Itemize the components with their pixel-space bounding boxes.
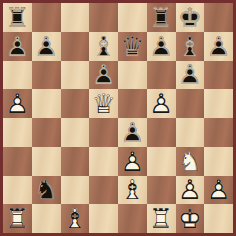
square-d1[interactable] [89, 204, 118, 233]
square-a6[interactable] [3, 61, 32, 90]
piece-glyph-outline: ♙ [176, 176, 205, 205]
square-h3[interactable] [204, 147, 233, 176]
square-e7[interactable]: ♛♕ [118, 32, 147, 61]
square-f7[interactable]: ♟♙ [147, 32, 176, 61]
square-f2[interactable] [147, 176, 176, 205]
square-d4[interactable] [89, 118, 118, 147]
square-b6[interactable] [32, 61, 61, 90]
square-d2[interactable] [89, 176, 118, 205]
piece-glyph-outline: ♗ [61, 204, 90, 233]
piece-glyph-outline: ♙ [204, 32, 233, 61]
piece-black-pawn[interactable]: ♟♙ [3, 32, 32, 61]
square-h5[interactable] [204, 89, 233, 118]
piece-white-rook[interactable]: ♜♖ [147, 204, 176, 233]
square-g5[interactable] [176, 89, 205, 118]
piece-glyph-outline: ♘ [32, 176, 61, 205]
square-e4[interactable]: ♟♙ [118, 118, 147, 147]
piece-black-pawn[interactable]: ♟♙ [147, 32, 176, 61]
square-g1[interactable]: ♚♔ [176, 204, 205, 233]
square-a7[interactable]: ♟♙ [3, 32, 32, 61]
piece-glyph-outline: ♕ [118, 32, 147, 61]
piece-white-pawn[interactable]: ♟♙ [176, 176, 205, 205]
piece-black-pawn[interactable]: ♟♙ [176, 61, 205, 90]
square-h1[interactable] [204, 204, 233, 233]
square-c6[interactable] [61, 61, 90, 90]
piece-glyph-outline: ♙ [118, 147, 147, 176]
piece-glyph-outline: ♖ [147, 204, 176, 233]
square-g7[interactable]: ♝♗ [176, 32, 205, 61]
square-c5[interactable] [61, 89, 90, 118]
piece-glyph-outline: ♘ [176, 147, 205, 176]
piece-black-rook[interactable]: ♜♖ [3, 3, 32, 32]
piece-white-pawn[interactable]: ♟♙ [204, 176, 233, 205]
square-c1[interactable]: ♝♗ [61, 204, 90, 233]
piece-white-king[interactable]: ♚♔ [176, 204, 205, 233]
square-f4[interactable] [147, 118, 176, 147]
square-d8[interactable] [89, 3, 118, 32]
square-f5[interactable]: ♟♙ [147, 89, 176, 118]
square-d7[interactable]: ♝♗ [89, 32, 118, 61]
square-f8[interactable]: ♜♖ [147, 3, 176, 32]
square-h8[interactable] [204, 3, 233, 32]
square-e2[interactable]: ♝♗ [118, 176, 147, 205]
piece-glyph-outline: ♗ [118, 176, 147, 205]
piece-black-knight[interactable]: ♞♘ [32, 176, 61, 205]
piece-black-pawn[interactable]: ♟♙ [89, 61, 118, 90]
piece-white-knight[interactable]: ♞♘ [176, 147, 205, 176]
square-h7[interactable]: ♟♙ [204, 32, 233, 61]
square-d3[interactable] [89, 147, 118, 176]
piece-white-bishop[interactable]: ♝♗ [61, 204, 90, 233]
square-g3[interactable]: ♞♘ [176, 147, 205, 176]
piece-black-pawn[interactable]: ♟♙ [118, 118, 147, 147]
square-a3[interactable] [3, 147, 32, 176]
piece-glyph-outline: ♖ [147, 3, 176, 32]
square-g6[interactable]: ♟♙ [176, 61, 205, 90]
square-d6[interactable]: ♟♙ [89, 61, 118, 90]
piece-white-queen[interactable]: ♛♕ [89, 89, 118, 118]
square-e3[interactable]: ♟♙ [118, 147, 147, 176]
square-b1[interactable] [32, 204, 61, 233]
piece-black-rook[interactable]: ♜♖ [147, 3, 176, 32]
piece-white-pawn[interactable]: ♟♙ [118, 147, 147, 176]
piece-glyph-outline: ♔ [176, 204, 205, 233]
square-g8[interactable]: ♚♔ [176, 3, 205, 32]
square-f3[interactable] [147, 147, 176, 176]
square-b2[interactable]: ♞♘ [32, 176, 61, 205]
piece-black-bishop[interactable]: ♝♗ [176, 32, 205, 61]
square-f6[interactable] [147, 61, 176, 90]
square-a1[interactable]: ♜♖ [3, 204, 32, 233]
piece-black-pawn[interactable]: ♟♙ [32, 32, 61, 61]
square-a5[interactable]: ♟♙ [3, 89, 32, 118]
square-b8[interactable] [32, 3, 61, 32]
piece-white-pawn[interactable]: ♟♙ [147, 89, 176, 118]
piece-black-king[interactable]: ♚♔ [176, 3, 205, 32]
piece-black-bishop[interactable]: ♝♗ [89, 32, 118, 61]
square-h2[interactable]: ♟♙ [204, 176, 233, 205]
piece-black-queen[interactable]: ♛♕ [118, 32, 147, 61]
piece-glyph-outline: ♙ [147, 89, 176, 118]
square-c3[interactable] [61, 147, 90, 176]
square-b4[interactable] [32, 118, 61, 147]
piece-white-pawn[interactable]: ♟♙ [3, 89, 32, 118]
square-a2[interactable] [3, 176, 32, 205]
square-h6[interactable] [204, 61, 233, 90]
square-h4[interactable] [204, 118, 233, 147]
piece-glyph-outline: ♗ [176, 32, 205, 61]
square-b5[interactable] [32, 89, 61, 118]
piece-glyph-outline: ♙ [204, 176, 233, 205]
board-frame: ♜♖♜♖♚♔♟♙♟♙♝♗♛♕♟♙♝♗♟♙♟♙♟♙♟♙♛♕♟♙♟♙♟♙♞♘♞♘♝♗… [0, 0, 236, 236]
square-f1[interactable]: ♜♖ [147, 204, 176, 233]
piece-glyph-outline: ♖ [3, 204, 32, 233]
piece-glyph-outline: ♙ [32, 32, 61, 61]
square-b3[interactable] [32, 147, 61, 176]
piece-glyph-outline: ♙ [89, 61, 118, 90]
square-e6[interactable] [118, 61, 147, 90]
square-d5[interactable]: ♛♕ [89, 89, 118, 118]
square-c2[interactable] [61, 176, 90, 205]
board: ♜♖♜♖♚♔♟♙♟♙♝♗♛♕♟♙♝♗♟♙♟♙♟♙♟♙♛♕♟♙♟♙♟♙♞♘♞♘♝♗… [3, 3, 233, 233]
piece-glyph-outline: ♙ [176, 61, 205, 90]
piece-glyph-outline: ♙ [147, 32, 176, 61]
square-e8[interactable] [118, 3, 147, 32]
square-c7[interactable] [61, 32, 90, 61]
piece-glyph-outline: ♙ [118, 118, 147, 147]
square-g2[interactable]: ♟♙ [176, 176, 205, 205]
piece-white-rook[interactable]: ♜♖ [3, 204, 32, 233]
piece-glyph-outline: ♕ [89, 89, 118, 118]
square-a4[interactable] [3, 118, 32, 147]
square-e5[interactable] [118, 89, 147, 118]
square-e1[interactable] [118, 204, 147, 233]
piece-glyph-outline: ♔ [176, 3, 205, 32]
piece-glyph-outline: ♖ [3, 3, 32, 32]
piece-white-bishop[interactable]: ♝♗ [118, 176, 147, 205]
square-a8[interactable]: ♜♖ [3, 3, 32, 32]
square-b7[interactable]: ♟♙ [32, 32, 61, 61]
piece-glyph-outline: ♙ [3, 89, 32, 118]
square-g4[interactable] [176, 118, 205, 147]
piece-glyph-outline: ♙ [3, 32, 32, 61]
piece-black-pawn[interactable]: ♟♙ [204, 32, 233, 61]
piece-glyph-outline: ♗ [89, 32, 118, 61]
square-c4[interactable] [61, 118, 90, 147]
square-c8[interactable] [61, 3, 90, 32]
